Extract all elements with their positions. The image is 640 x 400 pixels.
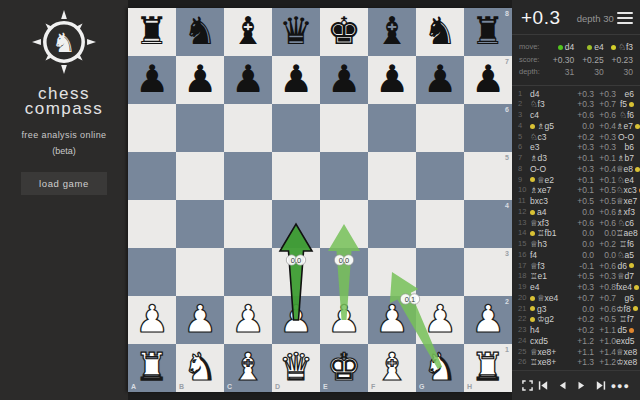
black-eval: +1.1	[594, 325, 616, 336]
analysis-panel: +0.3 depth 30 move:d4e4♘f3score:+0.30+0.…	[512, 0, 640, 400]
black-move[interactable]: f5	[616, 99, 634, 110]
move-number: 11	[518, 196, 530, 207]
white-move[interactable]: ♘c3	[530, 132, 570, 143]
white-move[interactable]: c4	[530, 110, 570, 121]
black-move[interactable]: ♖f6	[616, 239, 634, 250]
square-a3[interactable]	[128, 248, 176, 296]
black-move[interactable]: fxe4	[616, 282, 639, 293]
black-eval: +0.1	[594, 153, 616, 164]
chess-board[interactable]: ♜♞♝♛♚♝♞8♜♟♟♟♟♟♟♟7♟6543♟♟♟♟♟♟♟2♟A♜B♞C♝D♛E…	[128, 8, 512, 392]
square-b4[interactable]	[176, 200, 224, 248]
black-move[interactable]: ♘a5	[616, 250, 634, 261]
black-eval: +0.5	[594, 314, 616, 325]
analysis-header: +0.3 depth 30	[512, 0, 640, 35]
white-eval: +1.1	[570, 347, 594, 358]
piece-black-pawn[interactable]: ♟	[368, 56, 416, 104]
white-eval: +0.3	[570, 164, 594, 175]
piece-white-pawn[interactable]: ♟	[224, 296, 272, 344]
piece-black-pawn[interactable]: ♟	[464, 56, 512, 104]
piece-black-pawn[interactable]: ♟	[320, 56, 368, 104]
black-eval: +0.3	[594, 142, 616, 153]
black-eval: +0.5	[594, 185, 616, 196]
white-eval: +0.1	[570, 153, 594, 164]
candidate-1-depth: 31	[545, 66, 574, 79]
piece-white-pawn[interactable]: ♟	[272, 296, 320, 344]
white-eval: 0.0	[570, 121, 594, 132]
move-number: 1	[518, 89, 530, 100]
square-h8[interactable]: 8♜	[464, 8, 512, 56]
black-eval: +0.7	[594, 293, 616, 304]
square-d2[interactable]: ♟	[272, 296, 320, 344]
move-number: 18	[518, 271, 530, 282]
white-eval: +1.2	[570, 336, 594, 347]
square-e3[interactable]	[320, 248, 368, 296]
sidebar: ♞ chess compass free analysis online (be…	[0, 0, 128, 400]
move-number: 19	[518, 282, 530, 293]
black-move[interactable]: e6	[616, 89, 634, 100]
square-c3[interactable]	[224, 248, 272, 296]
piece-white-bishop[interactable]: ♝	[368, 344, 416, 392]
white-eval: +0.1	[570, 185, 594, 196]
quality-dot-icon	[530, 231, 535, 236]
white-move[interactable]: ♗xe7	[530, 185, 570, 196]
white-eval: +0.7	[570, 293, 594, 304]
quality-dot-icon	[530, 296, 535, 301]
move-number: 8	[518, 164, 530, 175]
white-eval: 0.0	[570, 239, 594, 250]
square-b3[interactable]	[176, 248, 224, 296]
white-move[interactable]: ♕f3	[530, 261, 570, 272]
candidate-3-depth: 30	[604, 66, 633, 79]
black-move[interactable]: O-O	[616, 132, 634, 143]
move-row-9[interactable]: 9♕e2+0.1+0.1♘e4	[518, 175, 634, 186]
move-number: 21	[518, 304, 530, 315]
move-number: 17	[518, 261, 530, 272]
square-a2[interactable]: ♟	[128, 296, 176, 344]
rank-label-6: 6	[505, 106, 509, 113]
app-title: chess compass	[25, 86, 104, 116]
black-move[interactable]: ♗b7	[616, 153, 634, 164]
move-row-5[interactable]: 5♘c3+0.2+0.3O-O	[518, 132, 634, 143]
square-g8[interactable]: ♞	[416, 8, 464, 56]
square-b6[interactable]	[176, 104, 224, 152]
black-eval: +0.6	[594, 261, 616, 272]
move-row-3[interactable]: 3c4+0.6+0.6♘f6	[518, 110, 634, 121]
piece-black-knight[interactable]: ♞	[416, 8, 464, 56]
move-row-4[interactable]: 4♗g50.0+0.4♗e7	[518, 121, 634, 132]
move-row-17[interactable]: 17♕f3-0.1+0.6d6	[518, 261, 634, 272]
move-number: 25	[518, 347, 530, 358]
square-g4[interactable]	[416, 200, 464, 248]
piece-white-pawn[interactable]: ♟	[176, 296, 224, 344]
piece-black-pawn[interactable]: ♟	[128, 56, 176, 104]
square-a1[interactable]: A♜	[128, 344, 176, 392]
white-eval: 0.0	[570, 304, 594, 315]
square-a5[interactable]	[128, 152, 176, 200]
load-game-button[interactable]: load game	[21, 172, 107, 195]
move-row-7[interactable]: 7♗d3+0.1+0.1♗b7	[518, 153, 634, 164]
more-options-icon[interactable]: ●●●	[611, 381, 630, 391]
square-h6[interactable]: 6	[464, 104, 512, 152]
white-eval: 0.0	[570, 228, 594, 239]
white-move[interactable]: ♕e2	[530, 175, 570, 186]
quality-dot-icon	[633, 306, 638, 311]
candidate-3-score: +0.23	[604, 54, 633, 67]
quality-dot-icon	[530, 124, 535, 129]
white-eval: 0.0	[570, 250, 594, 261]
black-move[interactable]: ♗xf3	[616, 207, 635, 218]
move-row-13[interactable]: 13♕xf3+0.6+0.6♘c6	[518, 218, 634, 229]
move-row-15[interactable]: 15♕h30.0+0.2♖f6	[518, 239, 634, 250]
black-eval: 0.0	[594, 250, 616, 261]
white-move[interactable]: ♕h3	[530, 239, 570, 250]
move-number: 9	[518, 175, 530, 186]
square-f5[interactable]	[368, 152, 416, 200]
black-move[interactable]: ♘c6	[616, 218, 634, 229]
square-h4[interactable]: 4	[464, 200, 512, 248]
square-c2[interactable]: ♟	[224, 296, 272, 344]
square-d1[interactable]: D♛	[272, 344, 320, 392]
square-f8[interactable]: ♝	[368, 8, 416, 56]
black-eval: +0.3	[594, 271, 616, 282]
square-c8[interactable]: ♝	[224, 8, 272, 56]
black-move[interactable]: g6	[616, 293, 634, 304]
white-move[interactable]: g3	[530, 304, 570, 315]
white-eval: +0.2	[570, 132, 594, 143]
evaluation-value: +0.3	[521, 7, 561, 29]
white-eval: +0.6	[570, 110, 594, 121]
candidate-2-move[interactable]: e4	[574, 41, 603, 54]
black-move[interactable]: ♘f6	[616, 110, 634, 121]
piece-black-bishop[interactable]: ♝	[368, 8, 416, 56]
black-eval: 0.0	[594, 228, 616, 239]
piece-white-pawn[interactable]: ♟	[320, 296, 368, 344]
square-e5[interactable]	[320, 152, 368, 200]
square-e1[interactable]: E♚	[320, 344, 368, 392]
square-b1[interactable]: B♞	[176, 344, 224, 392]
square-c5[interactable]	[224, 152, 272, 200]
candidate-move-row: move:d4e4♘f3	[519, 41, 633, 54]
piece-white-knight[interactable]: ♞	[416, 344, 464, 392]
white-move[interactable]: e4	[530, 282, 570, 293]
move-number: 15	[518, 239, 530, 250]
piece-black-queen[interactable]: ♛	[272, 8, 320, 56]
black-move[interactable]: ♔f8	[616, 304, 638, 315]
black-move[interactable]: d6	[616, 261, 634, 272]
black-eval: +1.2	[594, 357, 616, 368]
square-f1[interactable]: F♝	[368, 344, 416, 392]
black-move[interactable]: ♖ae8	[616, 228, 638, 239]
move-row-22[interactable]: 22♔g2+0.2+0.5♖f7	[518, 314, 634, 325]
fullscreen-icon[interactable]	[522, 380, 533, 391]
black-eval: +0.3	[594, 89, 616, 100]
square-e6[interactable]	[320, 104, 368, 152]
move-number: 4	[518, 121, 530, 132]
square-d8[interactable]: ♛	[272, 8, 320, 56]
square-h3[interactable]: 3	[464, 248, 512, 296]
move-row-26[interactable]: 26♖xe8++1.3+1.2♔xe8	[518, 357, 634, 368]
black-move[interactable]: d5	[616, 325, 634, 336]
white-move[interactable]: O-O	[530, 164, 570, 175]
candidate-score-row: score:+0.30+0.25+0.23	[519, 54, 633, 67]
white-move[interactable]: ♕xe4	[530, 293, 570, 304]
white-move[interactable]: a4	[530, 207, 570, 218]
beta-label: (beta)	[52, 146, 76, 156]
black-move[interactable]: ♕xe7	[616, 196, 637, 207]
hamburger-menu-icon[interactable]	[617, 12, 633, 24]
piece-black-pawn[interactable]: ♟	[224, 56, 272, 104]
white-eval: +0.2	[570, 314, 594, 325]
move-number: 5	[518, 132, 530, 143]
move-number: 3	[518, 110, 530, 121]
candidate-depth-row: depth:313030	[519, 66, 633, 79]
move-number: 20	[518, 293, 530, 304]
black-move[interactable]: ♔xe8	[616, 357, 637, 368]
piece-white-queen[interactable]: ♛	[272, 344, 320, 392]
square-a6[interactable]	[128, 104, 176, 152]
black-eval: +0.6	[594, 110, 616, 121]
white-eval: +0.3	[570, 89, 594, 100]
move-row-16[interactable]: 16f40.00.0♘a5	[518, 250, 634, 261]
piece-black-bishop[interactable]: ♝	[224, 8, 272, 56]
move-list: 1d4+0.3+0.3e62♘f3+0.3+0.7f53c4+0.6+0.6♘f…	[512, 86, 640, 371]
rank-label-3: 3	[505, 250, 509, 257]
move-row-18[interactable]: 18♖e1+0.5+0.3♕d7	[518, 271, 634, 282]
move-row-10[interactable]: 10♗xe7+0.1+0.5♘xc3	[518, 185, 634, 196]
candidate-score-label: score:	[519, 54, 545, 67]
piece-white-bishop[interactable]: ♝	[224, 344, 272, 392]
move-row-24[interactable]: 24cxd5+1.2+1.0exd5	[518, 336, 634, 347]
square-d4[interactable]	[272, 200, 320, 248]
square-g5[interactable]	[416, 152, 464, 200]
square-e7[interactable]: ♟	[320, 56, 368, 104]
piece-black-rook[interactable]: ♜	[464, 8, 512, 56]
square-e2[interactable]: ♟	[320, 296, 368, 344]
square-c7[interactable]: ♟	[224, 56, 272, 104]
piece-black-pawn[interactable]: ♟	[272, 56, 320, 104]
square-d3[interactable]	[272, 248, 320, 296]
white-move[interactable]: h4	[530, 325, 570, 336]
move-number: 7	[518, 153, 530, 164]
white-move[interactable]: ♔g2	[530, 314, 570, 325]
square-g1[interactable]: G♞	[416, 344, 464, 392]
white-move[interactable]: ♖fb1	[530, 228, 570, 239]
white-move[interactable]: ♖e1	[530, 271, 570, 282]
svg-text:♞: ♞	[52, 27, 76, 58]
white-move[interactable]: d4	[530, 89, 570, 100]
white-move[interactable]: ♗g5	[530, 121, 570, 132]
move-row-1[interactable]: 1d4+0.3+0.3e6	[518, 89, 634, 100]
black-move[interactable]: ♕xe8	[616, 347, 637, 358]
move-row-2[interactable]: 2♘f3+0.3+0.7f5	[518, 99, 634, 110]
depth-label: depth 30	[574, 13, 617, 24]
black-eval: +0.3	[594, 132, 616, 143]
square-f4[interactable]	[368, 200, 416, 248]
playback-controls: ●●●	[512, 370, 640, 400]
piece-black-pawn[interactable]: ♟	[176, 56, 224, 104]
move-row-6[interactable]: 6e3+0.3+0.3b6	[518, 142, 634, 153]
piece-white-pawn[interactable]: ♟	[464, 296, 512, 344]
square-c6[interactable]	[224, 104, 272, 152]
piece-black-pawn[interactable]: ♟	[416, 56, 464, 104]
white-move[interactable]: ♕xe8+	[530, 347, 570, 358]
black-eval: +0.4	[594, 121, 616, 132]
square-a8[interactable]: ♜	[128, 8, 176, 56]
quality-dot-icon	[629, 328, 634, 333]
move-row-20[interactable]: 20♕xe4+0.7+0.7g6	[518, 293, 634, 304]
candidate-depth-label: depth:	[519, 66, 545, 79]
square-h7[interactable]: 7♟	[464, 56, 512, 104]
white-eval: +0.6	[570, 218, 594, 229]
black-move[interactable]: b6	[616, 142, 634, 153]
nav-group	[533, 380, 611, 391]
go-last-icon[interactable]	[596, 380, 606, 391]
black-eval: +0.1	[594, 175, 616, 186]
quality-dot-icon	[629, 263, 634, 268]
black-eval: +0.4	[594, 164, 616, 175]
piece-black-king[interactable]: ♚	[320, 8, 368, 56]
move-row-21[interactable]: 21g30.0+0.6♔f8	[518, 304, 634, 315]
white-move[interactable]: cxd5	[530, 336, 570, 347]
square-d6[interactable]	[272, 104, 320, 152]
move-number: 26	[518, 357, 530, 368]
square-f2[interactable]: ♟	[368, 296, 416, 344]
piece-white-pawn[interactable]: ♟	[416, 296, 464, 344]
square-g6[interactable]	[416, 104, 464, 152]
move-row-8[interactable]: 8O-O+0.3+0.4♕e8	[518, 164, 634, 175]
square-h5[interactable]: 5	[464, 152, 512, 200]
black-move[interactable]: ♖f7	[616, 314, 634, 325]
black-move[interactable]: ♗e7	[616, 121, 640, 132]
white-eval: +1.3	[570, 357, 594, 368]
square-b7[interactable]: ♟	[176, 56, 224, 104]
black-eval: +0.7	[594, 99, 616, 110]
move-number: 23	[518, 325, 530, 336]
move-row-25[interactable]: 25♕xe8++1.1+1.4♕xe8	[518, 347, 634, 358]
black-eval: +0.5	[594, 196, 616, 207]
black-eval: +0.8	[594, 282, 616, 293]
black-move[interactable]: exd5	[616, 336, 634, 347]
quality-dot-icon	[629, 102, 634, 107]
move-row-19[interactable]: 19e4+0.3+0.8fxe4	[518, 282, 634, 293]
square-d5[interactable]	[272, 152, 320, 200]
square-b2[interactable]: ♟	[176, 296, 224, 344]
square-e8[interactable]: ♚	[320, 8, 368, 56]
move-number: 6	[518, 142, 530, 153]
square-c1[interactable]: C♝	[224, 344, 272, 392]
square-c4[interactable]	[224, 200, 272, 248]
black-move[interactable]: ♘xc3	[616, 185, 640, 196]
black-move[interactable]: ♕d7	[616, 271, 634, 282]
white-move[interactable]: ♕xf3	[530, 218, 570, 229]
chess-compass-app: ♞ chess compass free analysis online (be…	[0, 0, 640, 400]
go-next-icon[interactable]	[577, 380, 586, 391]
move-number: 22	[518, 314, 530, 325]
quality-dot-icon	[634, 285, 639, 290]
square-h2[interactable]: 2♟	[464, 296, 512, 344]
app-subtitle: free analysis online	[21, 130, 106, 140]
move-number: 13	[518, 218, 530, 229]
piece-white-rook[interactable]: ♜	[128, 344, 176, 392]
move-row-23[interactable]: 23h4+0.2+1.1d5	[518, 325, 634, 336]
black-eval: +0.2	[594, 239, 616, 250]
quality-dot-icon	[530, 177, 535, 182]
square-a4[interactable]	[128, 200, 176, 248]
square-f6[interactable]	[368, 104, 416, 152]
white-move[interactable]: ♖xe8+	[530, 357, 570, 368]
piece-white-king[interactable]: ♚	[320, 344, 368, 392]
move-number: 10	[518, 185, 530, 196]
white-eval: +0.3	[570, 282, 594, 293]
board-area: ♜♞♝♛♚♝♞8♜♟♟♟♟♟♟♟7♟6543♟♟♟♟♟♟♟2♟A♜B♞C♝D♛E…	[128, 0, 512, 400]
white-move[interactable]: ♘f3	[530, 99, 570, 110]
black-eval: +0.6	[594, 218, 616, 229]
piece-white-pawn[interactable]: ♟	[128, 296, 176, 344]
go-prev-icon[interactable]	[558, 380, 567, 391]
white-eval: +0.3	[570, 99, 594, 110]
square-g3[interactable]	[416, 248, 464, 296]
square-h1[interactable]: 1H♜	[464, 344, 512, 392]
candidate-moves: move:d4e4♘f3score:+0.30+0.25+0.23depth:3…	[512, 35, 640, 86]
move-number: 12	[518, 207, 530, 218]
move-number: 2	[518, 99, 530, 110]
piece-white-rook[interactable]: ♜	[464, 344, 512, 392]
square-g2[interactable]: ♟	[416, 296, 464, 344]
white-move[interactable]: e3	[530, 142, 570, 153]
white-eval: 0.0	[570, 207, 594, 218]
black-move[interactable]: ♘e4	[616, 175, 634, 186]
rank-label-4: 4	[505, 202, 509, 209]
candidate-1-move[interactable]: d4	[545, 41, 574, 54]
quality-dot-icon	[611, 45, 616, 50]
white-eval: +0.1	[570, 175, 594, 186]
move-row-14[interactable]: 14♖fb10.00.0♖ae8	[518, 228, 634, 239]
quality-dot-icon	[530, 306, 535, 311]
square-b5[interactable]	[176, 152, 224, 200]
black-move[interactable]: ♕e8	[616, 164, 640, 175]
move-row-11[interactable]: 11bxc3+0.5+0.5♕xe7	[518, 196, 634, 207]
piece-black-rook[interactable]: ♜	[128, 8, 176, 56]
square-d7[interactable]: ♟	[272, 56, 320, 104]
quality-dot-icon	[530, 210, 535, 215]
move-number: 14	[518, 228, 530, 239]
square-e4[interactable]	[320, 200, 368, 248]
white-move[interactable]: bxc3	[530, 196, 570, 207]
candidate-3-move[interactable]: ♘f3	[604, 41, 633, 54]
white-eval: +0.2	[570, 325, 594, 336]
square-a7[interactable]: ♟	[128, 56, 176, 104]
move-number: 24	[518, 336, 530, 347]
square-g7[interactable]: ♟	[416, 56, 464, 104]
black-eval: +0.6	[594, 304, 616, 315]
piece-black-knight[interactable]: ♞	[176, 8, 224, 56]
quality-dot-icon	[635, 167, 640, 172]
square-f3[interactable]	[368, 248, 416, 296]
square-f7[interactable]: ♟	[368, 56, 416, 104]
white-eval: +0.5	[570, 271, 594, 282]
piece-white-pawn[interactable]: ♟	[368, 296, 416, 344]
square-b8[interactable]: ♞	[176, 8, 224, 56]
white-eval: -0.1	[570, 261, 594, 272]
black-eval: +1.4	[594, 347, 616, 358]
go-first-icon[interactable]	[538, 380, 548, 391]
white-move[interactable]: f4	[530, 250, 570, 261]
candidate-2-depth: 30	[574, 66, 603, 79]
white-move[interactable]: ♗d3	[530, 153, 570, 164]
piece-white-knight[interactable]: ♞	[176, 344, 224, 392]
candidate-move-label: move:	[519, 41, 545, 54]
move-row-12[interactable]: 12a40.0+0.6♗xf3	[518, 207, 634, 218]
